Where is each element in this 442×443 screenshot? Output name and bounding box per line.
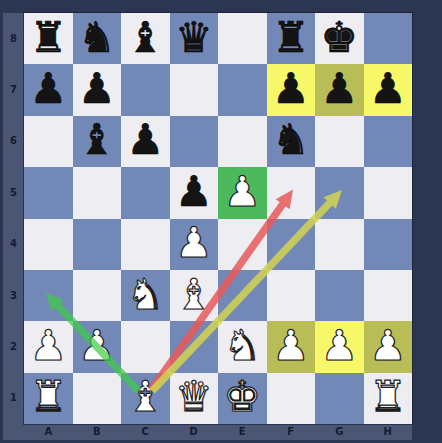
square-b6[interactable]: ♝ bbox=[73, 116, 122, 167]
square-c3[interactable]: ♞ bbox=[121, 270, 170, 321]
square-d2[interactable] bbox=[170, 321, 219, 372]
square-a7[interactable]: ♟ bbox=[24, 64, 73, 115]
square-h6[interactable] bbox=[364, 116, 413, 167]
white-pawn-g2: ♟ bbox=[320, 325, 358, 367]
white-pawn-b2: ♟ bbox=[78, 325, 116, 367]
black-pawn-b7: ♟ bbox=[78, 68, 116, 110]
square-h3[interactable] bbox=[364, 270, 413, 321]
square-h4[interactable] bbox=[364, 219, 413, 270]
rank-label-5: 5 bbox=[3, 167, 24, 218]
black-queen-d8: ♛ bbox=[175, 17, 213, 59]
black-king-g8: ♚ bbox=[320, 17, 358, 59]
square-f6[interactable]: ♞ bbox=[267, 116, 316, 167]
file-label-g: G bbox=[315, 424, 364, 440]
black-pawn-f7: ♟ bbox=[272, 68, 310, 110]
rank-coordinates: 87654321 bbox=[3, 13, 24, 424]
square-a3[interactable] bbox=[24, 270, 73, 321]
rank-label-3: 3 bbox=[3, 270, 24, 321]
square-e3[interactable] bbox=[218, 270, 267, 321]
rank-label-1: 1 bbox=[3, 373, 24, 424]
white-rook-a1: ♜ bbox=[29, 376, 67, 418]
square-b3[interactable] bbox=[73, 270, 122, 321]
square-c5[interactable] bbox=[121, 167, 170, 218]
square-b5[interactable] bbox=[73, 167, 122, 218]
rank-label-2: 2 bbox=[3, 321, 24, 372]
black-knight-f6: ♞ bbox=[272, 119, 310, 161]
square-d5[interactable]: ♟ bbox=[170, 167, 219, 218]
white-pawn-h2: ♟ bbox=[369, 325, 407, 367]
square-b8[interactable]: ♞ bbox=[73, 13, 122, 64]
square-c4[interactable] bbox=[121, 219, 170, 270]
square-a5[interactable] bbox=[24, 167, 73, 218]
white-bishop-d3: ♝ bbox=[175, 274, 213, 316]
square-d6[interactable] bbox=[170, 116, 219, 167]
file-label-c: C bbox=[121, 424, 170, 440]
white-knight-e2: ♞ bbox=[223, 325, 261, 367]
white-pawn-e5: ♟ bbox=[223, 171, 261, 213]
square-b7[interactable]: ♟ bbox=[73, 64, 122, 115]
square-f2[interactable]: ♟ bbox=[267, 321, 316, 372]
black-rook-f8: ♜ bbox=[272, 17, 310, 59]
square-c1[interactable]: ♝ bbox=[121, 373, 170, 424]
black-pawn-g7: ♟ bbox=[320, 68, 358, 110]
square-f1[interactable] bbox=[267, 373, 316, 424]
square-a8[interactable]: ♜ bbox=[24, 13, 73, 64]
file-label-b: B bbox=[73, 424, 122, 440]
white-pawn-f2: ♟ bbox=[272, 325, 310, 367]
square-h8[interactable] bbox=[364, 13, 413, 64]
square-b4[interactable] bbox=[73, 219, 122, 270]
rank-label-6: 6 bbox=[3, 116, 24, 167]
square-f3[interactable] bbox=[267, 270, 316, 321]
square-g3[interactable] bbox=[315, 270, 364, 321]
white-pawn-d4: ♟ bbox=[175, 222, 213, 264]
square-g2[interactable]: ♟ bbox=[315, 321, 364, 372]
square-f4[interactable] bbox=[267, 219, 316, 270]
square-d4[interactable]: ♟ bbox=[170, 219, 219, 270]
file-label-d: D bbox=[170, 424, 219, 440]
square-e2[interactable]: ♞ bbox=[218, 321, 267, 372]
square-e6[interactable] bbox=[218, 116, 267, 167]
square-h5[interactable] bbox=[364, 167, 413, 218]
square-a6[interactable] bbox=[24, 116, 73, 167]
file-label-e: E bbox=[218, 424, 267, 440]
square-d8[interactable]: ♛ bbox=[170, 13, 219, 64]
chess-app-window: 87654321 ABCDEFGH ♜♞♝♛♜♚♟♟♟♟♟♝♟♞♟♟♟♞♝♟♟♞… bbox=[0, 0, 442, 443]
square-c8[interactable]: ♝ bbox=[121, 13, 170, 64]
black-knight-b8: ♞ bbox=[78, 17, 116, 59]
square-f5[interactable] bbox=[267, 167, 316, 218]
square-e8[interactable] bbox=[218, 13, 267, 64]
square-e1[interactable]: ♚ bbox=[218, 373, 267, 424]
square-d7[interactable] bbox=[170, 64, 219, 115]
square-c7[interactable] bbox=[121, 64, 170, 115]
black-pawn-h7: ♟ bbox=[369, 68, 407, 110]
file-coordinates: ABCDEFGH bbox=[24, 424, 412, 440]
square-b2[interactable]: ♟ bbox=[73, 321, 122, 372]
file-label-f: F bbox=[267, 424, 316, 440]
black-bishop-b6: ♝ bbox=[78, 119, 116, 161]
square-c6[interactable]: ♟ bbox=[121, 116, 170, 167]
white-pawn-a2: ♟ bbox=[29, 325, 67, 367]
square-a1[interactable]: ♜ bbox=[24, 373, 73, 424]
rank-label-8: 8 bbox=[3, 13, 24, 64]
white-knight-c3: ♞ bbox=[126, 274, 164, 316]
square-d3[interactable]: ♝ bbox=[170, 270, 219, 321]
square-b1[interactable] bbox=[73, 373, 122, 424]
white-rook-h1: ♜ bbox=[369, 376, 407, 418]
square-g6[interactable] bbox=[315, 116, 364, 167]
square-g4[interactable] bbox=[315, 219, 364, 270]
square-d1[interactable]: ♛ bbox=[170, 373, 219, 424]
square-h2[interactable]: ♟ bbox=[364, 321, 413, 372]
black-bishop-c8: ♝ bbox=[126, 17, 164, 59]
square-a4[interactable] bbox=[24, 219, 73, 270]
chess-board: ♜♞♝♛♜♚♟♟♟♟♟♝♟♞♟♟♟♞♝♟♟♞♟♟♟♜♝♛♚♜ bbox=[24, 13, 412, 424]
square-a2[interactable]: ♟ bbox=[24, 321, 73, 372]
file-label-h: H bbox=[364, 424, 413, 440]
white-king-e1: ♚ bbox=[223, 376, 261, 418]
square-h7[interactable]: ♟ bbox=[364, 64, 413, 115]
rank-label-4: 4 bbox=[3, 219, 24, 270]
white-queen-d1: ♛ bbox=[175, 376, 213, 418]
white-bishop-c1: ♝ bbox=[126, 376, 164, 418]
square-e5[interactable]: ♟ bbox=[218, 167, 267, 218]
square-g1[interactable] bbox=[315, 373, 364, 424]
black-pawn-a7: ♟ bbox=[29, 68, 67, 110]
square-h1[interactable]: ♜ bbox=[364, 373, 413, 424]
square-e4[interactable] bbox=[218, 219, 267, 270]
square-f8[interactable]: ♜ bbox=[267, 13, 316, 64]
black-pawn-c6: ♟ bbox=[126, 119, 164, 161]
square-g7[interactable]: ♟ bbox=[315, 64, 364, 115]
square-e7[interactable] bbox=[218, 64, 267, 115]
file-label-a: A bbox=[24, 424, 73, 440]
square-g5[interactable] bbox=[315, 167, 364, 218]
square-c2[interactable] bbox=[121, 321, 170, 372]
square-f7[interactable]: ♟ bbox=[267, 64, 316, 115]
frame-corner bbox=[3, 424, 24, 440]
square-g8[interactable]: ♚ bbox=[315, 13, 364, 64]
rank-label-7: 7 bbox=[3, 64, 24, 115]
black-pawn-d5: ♟ bbox=[175, 171, 213, 213]
black-rook-a8: ♜ bbox=[29, 17, 67, 59]
